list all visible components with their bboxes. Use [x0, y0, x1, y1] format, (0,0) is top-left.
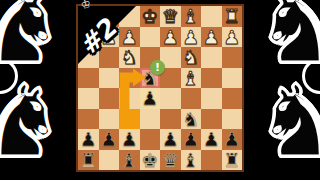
square-d1[interactable]: ♛	[160, 6, 181, 27]
white-king-e1[interactable]: ♚	[141, 6, 158, 26]
square-a7[interactable]: ♟	[222, 129, 243, 150]
square-g8[interactable]	[99, 150, 120, 171]
square-d7[interactable]: ♟	[160, 129, 181, 150]
white-knight-f3[interactable]: ♞	[121, 47, 138, 67]
square-f7[interactable]: ♟	[119, 129, 140, 150]
square-c2[interactable]: ♟	[181, 27, 202, 48]
square-a2[interactable]: ♟	[222, 27, 243, 48]
knight-silhouette-bottom-right-icon: ♞	[254, 72, 320, 172]
thumbnail-canvas: ♞ ♞ ♞ ♞ ♜♚♛♝♜♟♟♟♟♟♟♟♞♞♞♝♟♞♟♟♟♟♟♟♟♜♝♚♛♝♜ …	[0, 0, 320, 180]
square-f6[interactable]	[119, 109, 140, 130]
white-queen-d1[interactable]: ♛	[162, 6, 179, 26]
square-g7[interactable]: ♟	[99, 129, 120, 150]
square-b7[interactable]: ♟	[201, 129, 222, 150]
white-pawn-f2[interactable]: ♟	[121, 27, 138, 47]
square-c5[interactable]	[181, 88, 202, 109]
square-e7[interactable]	[140, 129, 161, 150]
square-b5[interactable]	[201, 88, 222, 109]
square-d2[interactable]: ♟	[160, 27, 181, 48]
black-rook-a8[interactable]: ♜	[223, 150, 240, 170]
black-bishop-c8[interactable]: ♝	[182, 150, 199, 170]
white-pawn-c2[interactable]: ♟	[182, 27, 199, 47]
white-bishop-c1[interactable]: ♝	[182, 6, 199, 26]
square-b3[interactable]	[201, 47, 222, 68]
black-pawn-d7[interactable]: ♟	[162, 129, 179, 149]
square-c8[interactable]: ♝	[181, 150, 202, 171]
square-a3[interactable]	[222, 47, 243, 68]
square-f5[interactable]	[119, 88, 140, 109]
square-g5[interactable]	[99, 88, 120, 109]
square-g6[interactable]	[99, 109, 120, 130]
black-pawn-g7[interactable]: ♟	[100, 129, 117, 149]
square-b1[interactable]	[201, 6, 222, 27]
square-d5[interactable]	[160, 88, 181, 109]
square-h6[interactable]	[78, 109, 99, 130]
square-c6[interactable]: ♞	[181, 109, 202, 130]
black-pawn-h7[interactable]: ♟	[80, 129, 97, 149]
square-a5[interactable]	[222, 88, 243, 109]
white-bishop-c4[interactable]: ♝	[182, 68, 199, 88]
black-pawn-a7[interactable]: ♟	[223, 129, 240, 149]
square-d8[interactable]: ♛	[160, 150, 181, 171]
square-e1[interactable]: ♚	[140, 6, 161, 27]
white-pawn-b2[interactable]: ♟	[203, 27, 220, 47]
square-f3[interactable]: ♞	[119, 47, 140, 68]
square-h8[interactable]: ♜	[78, 150, 99, 171]
square-e8[interactable]: ♚	[140, 150, 161, 171]
square-f2[interactable]: ♟	[119, 27, 140, 48]
black-pawn-b7[interactable]: ♟	[203, 129, 220, 149]
move-quality-badge: !	[150, 60, 165, 75]
square-e6[interactable]	[140, 109, 161, 130]
square-a8[interactable]: ♜	[222, 150, 243, 171]
square-f8[interactable]: ♝	[119, 150, 140, 171]
square-e2[interactable]	[140, 27, 161, 48]
white-pawn-a2[interactable]: ♟	[223, 27, 240, 47]
square-a1[interactable]: ♜	[222, 6, 243, 27]
white-knight-c3[interactable]: ♞	[182, 47, 199, 67]
square-c4[interactable]: ♝	[181, 68, 202, 89]
square-a6[interactable]	[222, 109, 243, 130]
square-e5[interactable]: ♟	[140, 88, 161, 109]
black-pawn-c7[interactable]: ♟	[182, 129, 199, 149]
square-b8[interactable]	[201, 150, 222, 171]
black-knight-c6[interactable]: ♞	[182, 109, 199, 129]
white-pawn-d2[interactable]: ♟	[162, 27, 179, 47]
square-b4[interactable]	[201, 68, 222, 89]
black-pawn-e5[interactable]: ♟	[141, 88, 158, 108]
square-f4[interactable]	[119, 68, 140, 89]
square-b2[interactable]: ♟	[201, 27, 222, 48]
square-d6[interactable]	[160, 109, 181, 130]
black-queen-d8[interactable]: ♛	[162, 150, 179, 170]
black-bishop-f8[interactable]: ♝	[121, 150, 138, 170]
square-b6[interactable]	[201, 109, 222, 130]
square-a4[interactable]	[222, 68, 243, 89]
square-h7[interactable]: ♟	[78, 129, 99, 150]
knight-silhouette-bottom-left-icon: ♞	[0, 72, 66, 172]
square-c7[interactable]: ♟	[181, 129, 202, 150]
crown-icon: ♔	[80, 0, 93, 11]
chess-board[interactable]: ♜♚♛♝♜♟♟♟♟♟♟♟♞♞♞♝♟♞♟♟♟♟♟♟♟♜♝♚♛♝♜ ! #2 ♔	[76, 4, 244, 172]
square-c3[interactable]: ♞	[181, 47, 202, 68]
black-king-e8[interactable]: ♚	[141, 150, 158, 170]
square-h4[interactable]	[78, 68, 99, 89]
black-pawn-f7[interactable]: ♟	[121, 129, 138, 149]
black-rook-h8[interactable]: ♜	[80, 150, 97, 170]
white-rook-a1[interactable]: ♜	[223, 6, 240, 26]
square-g4[interactable]	[99, 68, 120, 89]
exclamation-glyph: !	[155, 61, 160, 74]
square-h5[interactable]	[78, 88, 99, 109]
square-c1[interactable]: ♝	[181, 6, 202, 27]
